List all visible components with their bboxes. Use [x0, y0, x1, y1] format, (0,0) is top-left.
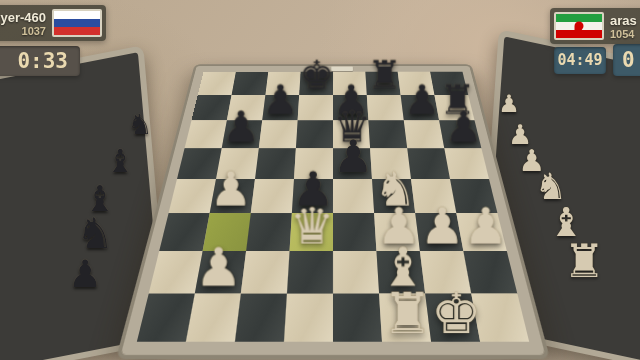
- square-d2[interactable]: [287, 251, 333, 294]
- square-f7[interactable]: [367, 95, 404, 120]
- white-king-g1[interactable]: ♚: [431, 285, 480, 342]
- iran-flag-icon: [554, 12, 604, 40]
- captured-white-rook: ♜: [563, 238, 604, 284]
- square-b6[interactable]: ♟: [222, 120, 263, 148]
- white-pawn-b4[interactable]: ♟: [210, 166, 251, 213]
- square-b1[interactable]: [186, 294, 241, 342]
- square-h3[interactable]: ♟: [456, 213, 506, 251]
- clock-right-partial: 0: [613, 44, 640, 76]
- square-c3[interactable]: [246, 213, 292, 251]
- square-b2[interactable]: ♟: [195, 251, 246, 294]
- square-g7[interactable]: ♟: [401, 95, 440, 120]
- square-c7[interactable]: ♟: [262, 95, 299, 120]
- chess-game-screen: { "game": "chess", "position": { "fen": …: [0, 0, 640, 360]
- black-king-d8[interactable]: ♚: [299, 56, 333, 95]
- square-h5[interactable]: [444, 148, 489, 179]
- player-name-right: aras: [610, 13, 637, 28]
- square-e3[interactable]: [333, 213, 376, 251]
- square-e1[interactable]: [333, 294, 382, 342]
- captured-black-bishop: ♝: [106, 145, 135, 177]
- square-e2[interactable]: [333, 251, 379, 294]
- square-d7[interactable]: [298, 95, 333, 120]
- board-grid: ♚♜♟♟♟♜♟♛♟♟♟♟♞♛♟♟♟♟♝♜♚: [137, 72, 529, 342]
- russia-flag-icon: [52, 9, 102, 37]
- white-rook-f1[interactable]: ♜: [382, 285, 431, 342]
- black-pawn-b6[interactable]: ♟: [222, 105, 259, 148]
- white-pawn-g3[interactable]: ♟: [420, 201, 463, 251]
- square-f6[interactable]: [368, 120, 407, 148]
- white-pawn-b2[interactable]: ♟: [195, 240, 241, 293]
- black-pawn-g7[interactable]: ♟: [404, 80, 439, 121]
- square-d8[interactable]: ♚: [299, 72, 333, 95]
- square-a6[interactable]: [185, 120, 227, 148]
- square-a8[interactable]: [198, 72, 236, 95]
- white-queen-d3[interactable]: ♛: [290, 201, 333, 251]
- player-rating-right: 1054: [610, 28, 634, 40]
- square-c4[interactable]: [251, 179, 294, 213]
- captured-black-knight: ♞: [127, 111, 152, 139]
- black-pawn-h6[interactable]: ♟: [444, 105, 481, 148]
- square-f8[interactable]: ♜: [365, 72, 400, 95]
- black-pawn-c7[interactable]: ♟: [262, 80, 297, 121]
- board-scene: ♚♜♟♟♟♜♟♛♟♟♟♟♞♛♟♟♟♟♝♜♚: [167, 13, 499, 345]
- square-b4[interactable]: ♟: [210, 179, 255, 213]
- square-e4[interactable]: [333, 179, 374, 213]
- square-g1[interactable]: ♚: [425, 294, 480, 342]
- clock-left-player: 0:33: [0, 46, 80, 76]
- captured-white-pawn: ♟: [498, 92, 520, 116]
- square-d6[interactable]: [296, 120, 333, 148]
- chess-board: ♚♜♟♟♟♜♟♛♟♟♟♟♞♛♟♟♟♟♝♜♚: [121, 66, 545, 355]
- clock-right-main: 04:49: [554, 47, 606, 74]
- square-c6[interactable]: [259, 120, 298, 148]
- black-rook-f8[interactable]: ♜: [367, 56, 401, 95]
- player-panel-right: aras 1054: [550, 8, 640, 44]
- square-e5[interactable]: ♟: [333, 148, 372, 179]
- board-rim-plaque: [331, 67, 353, 72]
- white-pawn-h3[interactable]: ♟: [463, 201, 506, 251]
- captured-black-pawn: ♟: [68, 255, 102, 293]
- player-name-left: yer-460: [0, 10, 46, 25]
- square-d3[interactable]: ♛: [290, 213, 333, 251]
- square-c5[interactable]: [255, 148, 296, 179]
- square-g6[interactable]: [404, 120, 445, 148]
- captured-black-knight: ♞: [76, 213, 114, 255]
- black-pawn-e5[interactable]: ♟: [333, 134, 372, 179]
- square-c1[interactable]: [235, 294, 287, 342]
- player-rating-left: 1037: [22, 25, 46, 37]
- square-c2[interactable]: [241, 251, 290, 294]
- square-h6[interactable]: ♟: [439, 120, 481, 148]
- player-panel-left: yer-460 1037: [0, 5, 106, 41]
- square-f1[interactable]: ♜: [379, 294, 431, 342]
- square-d1[interactable]: [284, 294, 333, 342]
